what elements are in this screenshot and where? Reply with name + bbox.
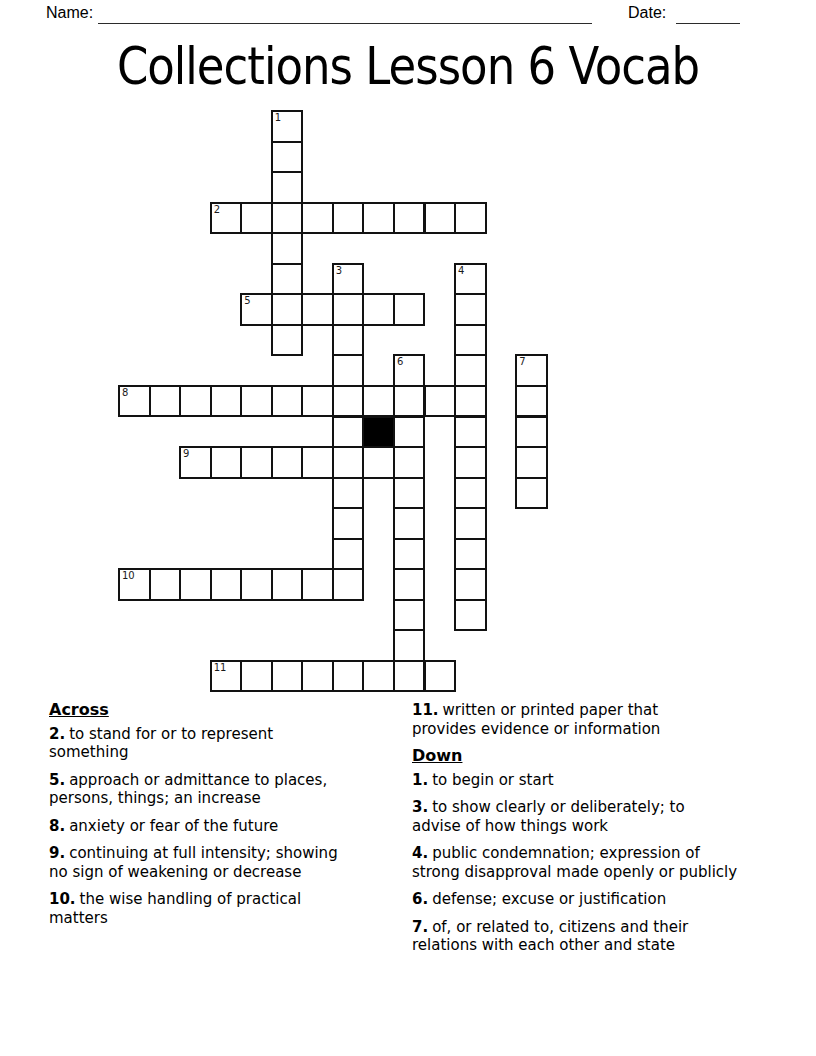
cell-r3c10[interactable]: [424, 202, 457, 235]
clue-number-label: 8.: [49, 817, 65, 835]
clue-number-label: 2.: [49, 725, 65, 743]
cell-r15c6[interactable]: [301, 568, 334, 601]
clue-3: 3.to show clearly or deliberately; to ad…: [412, 798, 804, 835]
clue-number-label: 4.: [412, 844, 428, 862]
clue-11: 11.written or printed paper that provide…: [412, 701, 804, 738]
cell-r14c7[interactable]: [332, 538, 365, 571]
cell-r10c11[interactable]: [454, 416, 487, 449]
cell-r9c3[interactable]: [210, 385, 243, 418]
cell-r15c3[interactable]: [210, 568, 243, 601]
cell-r12c7[interactable]: [332, 477, 365, 510]
cell-r3c4[interactable]: [240, 202, 273, 235]
cell-r3c6[interactable]: [301, 202, 334, 235]
clue-number-8: 8: [122, 387, 128, 398]
cell-r11c4[interactable]: [240, 446, 273, 479]
cell-r14c9[interactable]: [393, 538, 426, 571]
cell-r18c3[interactable]: 11: [210, 660, 243, 693]
clue-8: 8.anxiety or fear of the future: [49, 817, 419, 836]
black-cell: [362, 416, 395, 449]
clue-number-label: 6.: [412, 890, 428, 908]
cell-r13c7[interactable]: [332, 507, 365, 540]
cell-r11c9[interactable]: [393, 446, 426, 479]
cell-r6c11[interactable]: [454, 293, 487, 326]
cell-r18c6[interactable]: [301, 660, 334, 693]
cell-r5c11[interactable]: 4: [454, 263, 487, 296]
clue-text: approach or admittance to places, person…: [49, 771, 327, 808]
cell-r9c1[interactable]: [149, 385, 182, 418]
cell-r5c7[interactable]: 3: [332, 263, 365, 296]
clue-7: 7.of, or related to, citizens and their …: [412, 918, 804, 955]
cell-r11c7[interactable]: [332, 446, 365, 479]
clue-number-3: 3: [336, 265, 342, 276]
cell-r5c5[interactable]: [271, 263, 304, 296]
cell-r3c5[interactable]: [271, 202, 304, 235]
clue-number-2: 2: [214, 204, 220, 215]
cell-r10c9[interactable]: [393, 416, 426, 449]
cell-r6c5[interactable]: [271, 293, 304, 326]
clue-number-1: 1: [275, 112, 281, 123]
cell-r9c4[interactable]: [240, 385, 273, 418]
cell-r8c11[interactable]: [454, 354, 487, 387]
cell-r9c7[interactable]: [332, 385, 365, 418]
clue-number-11: 11: [214, 662, 227, 673]
clue-number-6: 6: [397, 356, 403, 367]
cell-r6c8[interactable]: [362, 293, 395, 326]
clue-number-label: 1.: [412, 771, 428, 789]
cell-r9c8[interactable]: [362, 385, 395, 418]
cell-r13c9[interactable]: [393, 507, 426, 540]
cell-r1c5[interactable]: [271, 141, 304, 174]
across-header: Across: [49, 701, 419, 720]
cell-r15c5[interactable]: [271, 568, 304, 601]
cell-r14c11[interactable]: [454, 538, 487, 571]
clue-5: 5.approach or admittance to places, pers…: [49, 771, 419, 808]
cell-r11c6[interactable]: [301, 446, 334, 479]
clue-number-label: 5.: [49, 771, 65, 789]
date-label: Date:: [628, 4, 666, 22]
clue-number-label: 7.: [412, 918, 428, 936]
clue-number-5: 5: [244, 295, 250, 306]
cell-r8c7[interactable]: [332, 354, 365, 387]
cell-r8c9[interactable]: 6: [393, 354, 426, 387]
clue-number-label: 9.: [49, 844, 65, 862]
cell-r4c5[interactable]: [271, 232, 304, 265]
cell-r15c0[interactable]: 10: [118, 568, 151, 601]
cell-r11c8[interactable]: [362, 446, 395, 479]
cell-r11c11[interactable]: [454, 446, 487, 479]
clue-number-7: 7: [519, 356, 525, 367]
clue-number-label: 10.: [49, 890, 76, 908]
clue-number-9: 9: [183, 448, 189, 459]
clue-text: defense; excuse or justification: [432, 890, 666, 908]
cell-r7c7[interactable]: [332, 324, 365, 357]
cell-r12c9[interactable]: [393, 477, 426, 510]
clues-left-column: Across2.to stand for or to represent som…: [49, 701, 419, 936]
cell-r3c9[interactable]: [393, 202, 426, 235]
cell-r9c0[interactable]: 8: [118, 385, 151, 418]
cell-r3c11[interactable]: [454, 202, 487, 235]
clue-number-label: 3.: [412, 798, 428, 816]
page-title: Collections Lesson 6 Vocab: [0, 38, 816, 94]
cell-r11c5[interactable]: [271, 446, 304, 479]
clue-6: 6.defense; excuse or justification: [412, 890, 804, 909]
down-header: Down: [412, 747, 804, 766]
cell-r11c3[interactable]: [210, 446, 243, 479]
clues-right-column: 11.written or printed paper that provide…: [412, 701, 804, 964]
cell-r9c5[interactable]: [271, 385, 304, 418]
cell-r6c6[interactable]: [301, 293, 334, 326]
name-label: Name:: [46, 4, 93, 22]
cell-r6c4[interactable]: 5: [240, 293, 273, 326]
cell-r11c2[interactable]: 9: [179, 446, 212, 479]
clue-text: written or printed paper that provides e…: [412, 701, 660, 738]
clue-9: 9.continuing at full intensity; showing …: [49, 844, 419, 881]
clue-text: continuing at full intensity; showing no…: [49, 844, 338, 881]
clue-text: the wise handling of practical matters: [49, 890, 301, 927]
clue-4: 4.public condemnation; expression of str…: [412, 844, 804, 881]
clue-number-label: 11.: [412, 701, 439, 719]
clue-text: to begin or start: [432, 771, 554, 789]
cell-r6c7[interactable]: [332, 293, 365, 326]
name-blank-line[interactable]: [98, 4, 592, 24]
cell-r11c13[interactable]: [515, 446, 548, 479]
cell-r3c8[interactable]: [362, 202, 395, 235]
cell-r13c11[interactable]: [454, 507, 487, 540]
clue-text: public condemnation; expression of stron…: [412, 844, 737, 881]
cell-r7c5[interactable]: [271, 324, 304, 357]
clue-text: to show clearly or deliberately; to advi…: [412, 798, 685, 835]
clue-text: to stand for or to represent something: [49, 725, 273, 762]
cell-r18c7[interactable]: [332, 660, 365, 693]
cell-r3c7[interactable]: [332, 202, 365, 235]
cell-r18c5[interactable]: [271, 660, 304, 693]
cell-r9c2[interactable]: [179, 385, 212, 418]
cell-r7c11[interactable]: [454, 324, 487, 357]
date-blank-line[interactable]: [676, 4, 740, 24]
cell-r16c11[interactable]: [454, 599, 487, 632]
cell-r15c7[interactable]: [332, 568, 365, 601]
cell-r16c9[interactable]: [393, 599, 426, 632]
clue-number-10: 10: [122, 570, 135, 581]
clue-text: of, or related to, citizens and their re…: [412, 918, 688, 955]
clue-text: anxiety or fear of the future: [69, 817, 278, 835]
clue-number-4: 4: [458, 265, 464, 276]
clue-2: 2.to stand for or to represent something: [49, 725, 419, 762]
cell-r9c10[interactable]: [424, 385, 457, 418]
cell-r9c13[interactable]: [515, 385, 548, 418]
cell-r8c13[interactable]: 7: [515, 354, 548, 387]
cell-r6c9[interactable]: [393, 293, 426, 326]
cell-r10c13[interactable]: [515, 416, 548, 449]
cell-r15c9[interactable]: [393, 568, 426, 601]
clue-10: 10.the wise handling of practical matter…: [49, 890, 419, 927]
cell-r12c11[interactable]: [454, 477, 487, 510]
cell-r18c9[interactable]: [393, 660, 426, 693]
cell-r18c10[interactable]: [424, 660, 457, 693]
cell-r15c4[interactable]: [240, 568, 273, 601]
cell-r9c6[interactable]: [301, 385, 334, 418]
cell-r15c11[interactable]: [454, 568, 487, 601]
cell-r10c7[interactable]: [332, 416, 365, 449]
cell-r2c5[interactable]: [271, 171, 304, 204]
cell-r3c3[interactable]: 2: [210, 202, 243, 235]
cell-r15c1[interactable]: [149, 568, 182, 601]
cell-r15c2[interactable]: [179, 568, 212, 601]
clue-1: 1.to begin or start: [412, 771, 804, 790]
cell-r17c9[interactable]: [393, 629, 426, 662]
cell-r0c5[interactable]: 1: [271, 110, 304, 143]
cell-r18c8[interactable]: [362, 660, 395, 693]
cell-r18c4[interactable]: [240, 660, 273, 693]
cell-r9c11[interactable]: [454, 385, 487, 418]
cell-r9c9[interactable]: [393, 385, 426, 418]
cell-r12c13[interactable]: [515, 477, 548, 510]
